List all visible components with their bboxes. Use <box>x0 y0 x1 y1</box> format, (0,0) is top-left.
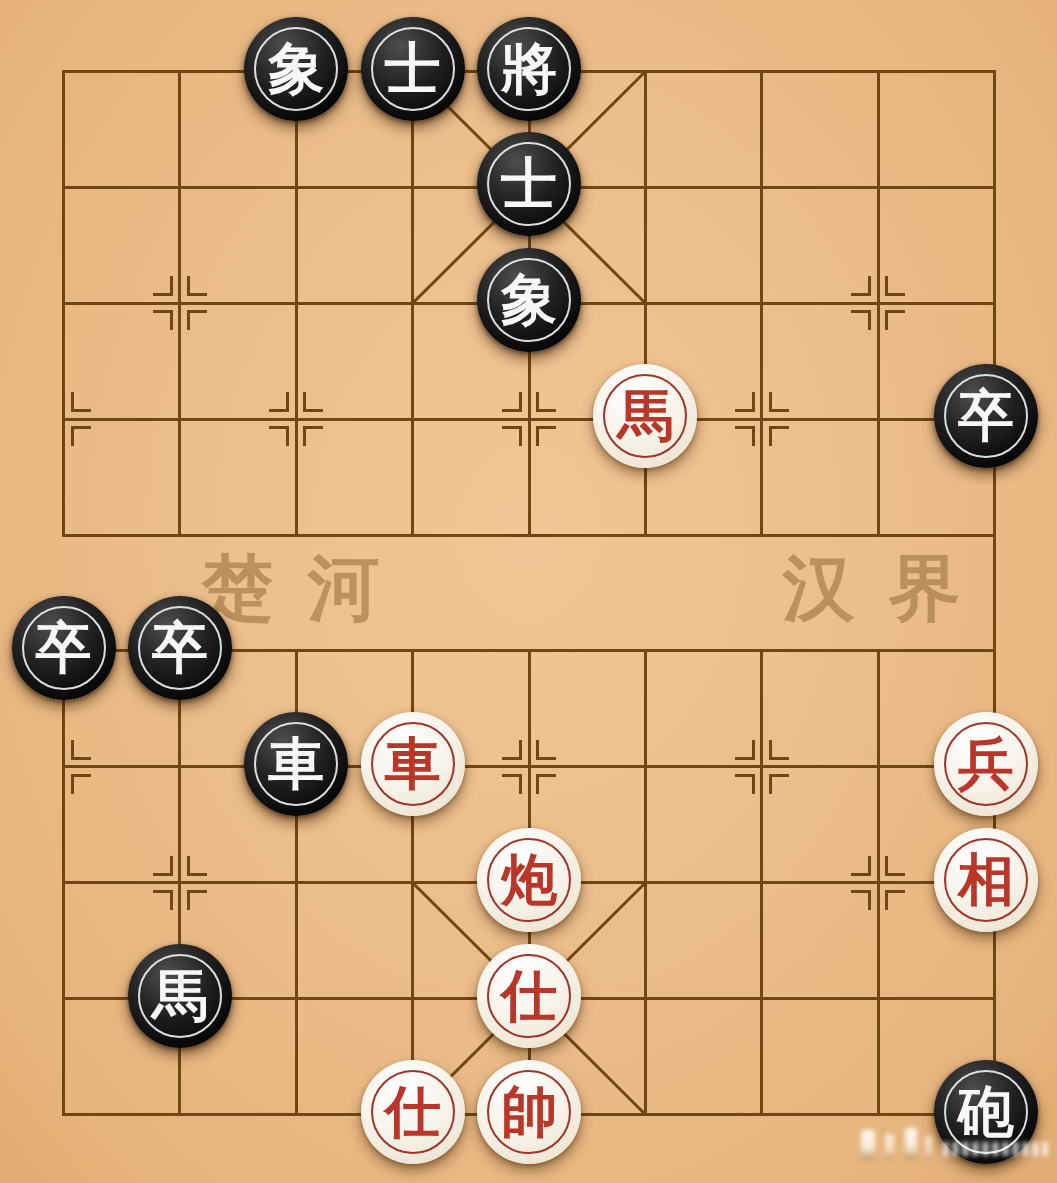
point-marker-corner <box>769 774 789 794</box>
piece-red-horse[interactable]: 馬 <box>593 364 697 468</box>
piece-red-advisor[interactable]: 仕 <box>361 1060 465 1164</box>
point-marker-corner <box>735 774 755 794</box>
point-marker-corner <box>769 426 789 446</box>
piece-glyph: 馬 <box>617 387 673 443</box>
piece-black-soldier[interactable]: 卒 <box>934 364 1038 468</box>
piece-glyph: 砲 <box>958 1083 1014 1139</box>
piece-black-horse[interactable]: 馬 <box>128 944 232 1048</box>
point-marker-corner <box>502 774 522 794</box>
point-marker-corner <box>303 426 323 446</box>
piece-glyph: 象 <box>268 40 324 96</box>
piece-glyph: 將 <box>501 40 557 96</box>
point-marker-corner <box>153 276 173 296</box>
board-cell <box>65 73 181 189</box>
point-marker-corner <box>153 310 173 330</box>
piece-glyph: 帥 <box>501 1083 557 1139</box>
piece-black-general[interactable]: 將 <box>477 17 581 121</box>
point-marker-corner <box>536 426 556 446</box>
piece-glyph: 士 <box>501 155 557 211</box>
point-marker-corner <box>71 392 91 412</box>
point-marker-corner <box>153 890 173 910</box>
board-cell <box>647 189 763 305</box>
point-marker-corner <box>502 740 522 760</box>
piece-red-chariot[interactable]: 車 <box>361 712 465 816</box>
piece-red-advisor[interactable]: 仕 <box>477 944 581 1048</box>
board-cell <box>880 73 996 189</box>
point-marker-corner <box>187 276 207 296</box>
point-marker-corner <box>502 426 522 446</box>
point-marker-corner <box>536 774 556 794</box>
point-marker-corner <box>851 276 871 296</box>
piece-glyph: 仕 <box>501 967 557 1023</box>
piece-glyph: 炮 <box>501 851 557 907</box>
river-text-right: 汉界 <box>766 541 995 637</box>
piece-black-soldier[interactable]: 卒 <box>12 596 116 700</box>
board-cell <box>763 1000 879 1116</box>
point-marker-corner <box>536 392 556 412</box>
point-marker-corner <box>269 426 289 446</box>
piece-glyph: 卒 <box>152 619 208 675</box>
piece-black-chariot[interactable]: 車 <box>244 712 348 816</box>
point-marker-corner <box>851 890 871 910</box>
piece-red-cannon[interactable]: 炮 <box>477 828 581 932</box>
point-marker-corner <box>735 426 755 446</box>
piece-black-cannon[interactable]: 砲 <box>934 1060 1038 1164</box>
piece-black-advisor[interactable]: 士 <box>477 132 581 236</box>
point-marker-corner <box>769 392 789 412</box>
board-cell <box>763 73 879 189</box>
board-cell <box>647 73 763 189</box>
point-marker-corner <box>71 740 91 760</box>
point-marker-corner <box>303 392 323 412</box>
piece-black-soldier[interactable]: 卒 <box>128 596 232 700</box>
point-marker-corner <box>187 310 207 330</box>
point-marker-corner <box>735 740 755 760</box>
piece-black-elephant[interactable]: 象 <box>244 17 348 121</box>
piece-red-general[interactable]: 帥 <box>477 1060 581 1164</box>
piece-glyph: 仕 <box>385 1083 441 1139</box>
point-marker-corner <box>885 276 905 296</box>
piece-glyph: 車 <box>385 735 441 791</box>
board-cell <box>298 189 414 305</box>
piece-glyph: 卒 <box>36 619 92 675</box>
piece-black-elephant[interactable]: 象 <box>477 248 581 352</box>
piece-glyph: 車 <box>268 735 324 791</box>
piece-glyph: 兵 <box>958 735 1014 791</box>
piece-red-soldier[interactable]: 兵 <box>934 712 1038 816</box>
xiangqi-board: 楚河 汉界 象士將士象馬卒卒卒車車兵炮相馬仕仕帥砲 <box>0 0 1057 1183</box>
point-marker-corner <box>71 774 91 794</box>
point-marker-corner <box>851 310 871 330</box>
point-marker-corner <box>885 890 905 910</box>
point-marker-corner <box>269 392 289 412</box>
piece-glyph: 士 <box>385 40 441 96</box>
point-marker-corner <box>153 856 173 876</box>
point-marker-corner <box>769 740 789 760</box>
point-marker-corner <box>885 856 905 876</box>
piece-glyph: 卒 <box>958 387 1014 443</box>
board-cell <box>647 1000 763 1116</box>
point-marker-corner <box>71 426 91 446</box>
board-cell <box>647 884 763 1000</box>
piece-glyph: 相 <box>958 851 1014 907</box>
point-marker-corner <box>502 392 522 412</box>
point-marker-corner <box>187 856 207 876</box>
point-marker-corner <box>187 890 207 910</box>
point-marker-corner <box>851 856 871 876</box>
point-marker-corner <box>885 310 905 330</box>
board-cell <box>298 884 414 1000</box>
point-marker-corner <box>536 740 556 760</box>
piece-black-advisor[interactable]: 士 <box>361 17 465 121</box>
piece-red-elephant[interactable]: 相 <box>934 828 1038 932</box>
piece-glyph: 馬 <box>152 967 208 1023</box>
piece-glyph: 象 <box>501 271 557 327</box>
point-marker-corner <box>735 392 755 412</box>
